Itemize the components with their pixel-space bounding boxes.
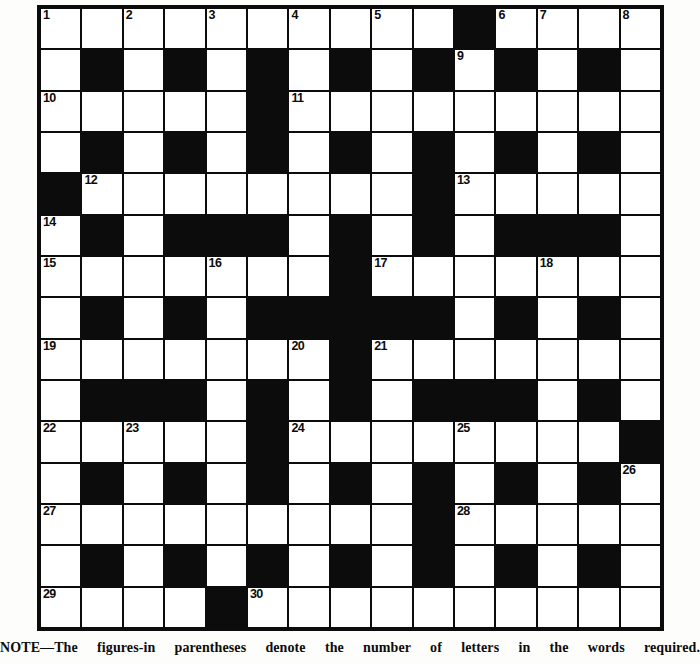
white-cell-r9c14[interactable] (621, 381, 660, 420)
white-cell-r6c5[interactable] (248, 257, 287, 296)
white-cell-r4c8[interactable] (372, 174, 411, 213)
white-cell-r2c0[interactable]: 10 (41, 92, 80, 131)
white-cell-r3c6[interactable] (289, 133, 328, 172)
clue-number-10: 10 (43, 91, 56, 105)
clue-number-21: 21 (374, 339, 387, 353)
white-cell-r6c4[interactable]: 16 (207, 257, 246, 296)
clue-number-23: 23 (126, 421, 139, 435)
white-cell-r6c14[interactable] (621, 257, 660, 296)
white-cell-r10c2[interactable]: 23 (124, 422, 163, 461)
clue-number-2: 2 (126, 8, 132, 22)
black-cell-r3c11 (496, 133, 535, 172)
white-cell-r10c10[interactable]: 25 (455, 422, 494, 461)
white-cell-r7c12[interactable] (538, 298, 577, 337)
white-cell-r1c8[interactable] (372, 50, 411, 89)
white-cell-r6c0[interactable]: 15 (41, 257, 80, 296)
white-cell-r6c9[interactable] (414, 257, 453, 296)
white-cell-r4c4[interactable] (207, 174, 246, 213)
black-cell-r9c2 (124, 381, 163, 420)
white-cell-r0c3[interactable] (165, 9, 204, 48)
white-cell-r8c9[interactable] (414, 340, 453, 379)
black-cell-r7c3 (165, 298, 204, 337)
white-cell-r3c10[interactable] (455, 133, 494, 172)
white-cell-r0c14[interactable]: 8 (621, 9, 660, 48)
white-cell-r4c7[interactable] (331, 174, 370, 213)
black-cell-r3c3 (165, 133, 204, 172)
black-cell-r7c7 (331, 298, 370, 337)
black-cell-r7c6 (289, 298, 328, 337)
clue-number-19: 19 (43, 339, 56, 353)
white-cell-r0c1[interactable] (82, 9, 121, 48)
black-cell-r1c5 (248, 50, 287, 89)
white-cell-r5c6[interactable] (289, 216, 328, 255)
black-cell-r1c11 (496, 50, 535, 89)
white-cell-r8c10[interactable] (455, 340, 494, 379)
white-cell-r1c2[interactable] (124, 50, 163, 89)
black-cell-r1c3 (165, 50, 204, 89)
white-cell-r12c2[interactable] (124, 505, 163, 544)
white-cell-r11c0[interactable] (41, 464, 80, 503)
clue-number-8: 8 (623, 8, 629, 22)
white-cell-r13c10[interactable] (455, 546, 494, 585)
white-cell-r0c8[interactable]: 5 (372, 9, 411, 48)
white-cell-r11c10[interactable] (455, 464, 494, 503)
white-cell-r7c14[interactable] (621, 298, 660, 337)
white-cell-r12c11[interactable] (496, 505, 535, 544)
black-cell-r13c1 (82, 546, 121, 585)
black-cell-r1c7 (331, 50, 370, 89)
white-cell-r6c13[interactable] (579, 257, 618, 296)
clue-number-29: 29 (43, 587, 56, 601)
white-cell-r4c5[interactable] (248, 174, 287, 213)
white-cell-r0c7[interactable] (331, 9, 370, 48)
white-cell-r5c2[interactable] (124, 216, 163, 255)
clue-number-20: 20 (291, 339, 304, 353)
white-cell-r3c12[interactable] (538, 133, 577, 172)
black-cell-r10c14 (621, 422, 660, 461)
white-cell-r4c11[interactable] (496, 174, 535, 213)
white-cell-r4c6[interactable] (289, 174, 328, 213)
white-cell-r8c1[interactable] (82, 340, 121, 379)
white-cell-r10c9[interactable] (414, 422, 453, 461)
white-cell-r8c0[interactable]: 19 (41, 340, 80, 379)
black-cell-r5c4 (207, 216, 246, 255)
black-cell-r5c11 (496, 216, 535, 255)
black-cell-r0c10 (455, 9, 494, 48)
clue-number-30: 30 (250, 587, 263, 601)
white-cell-r10c0[interactable]: 22 (41, 422, 80, 461)
white-cell-r2c10[interactable] (455, 92, 494, 131)
white-cell-r10c1[interactable] (82, 422, 121, 461)
black-cell-r4c9 (414, 174, 453, 213)
white-cell-r13c12[interactable] (538, 546, 577, 585)
white-cell-r10c13[interactable] (579, 422, 618, 461)
white-cell-r12c5[interactable] (248, 505, 287, 544)
white-cell-r8c5[interactable] (248, 340, 287, 379)
white-cell-r14c10[interactable] (455, 588, 494, 627)
white-cell-r10c4[interactable] (207, 422, 246, 461)
white-cell-r1c0[interactable] (41, 50, 80, 89)
white-cell-r1c6[interactable] (289, 50, 328, 89)
clue-number-5: 5 (374, 8, 380, 22)
white-cell-r11c4[interactable] (207, 464, 246, 503)
white-cell-r12c13[interactable] (579, 505, 618, 544)
white-cell-r8c12[interactable] (538, 340, 577, 379)
white-cell-r14c11[interactable] (496, 588, 535, 627)
white-cell-r14c13[interactable] (579, 588, 618, 627)
black-cell-r5c5 (248, 216, 287, 255)
white-cell-r2c1[interactable] (82, 92, 121, 131)
white-cell-r6c8[interactable]: 17 (372, 257, 411, 296)
black-cell-r12c9 (414, 505, 453, 544)
white-cell-r13c8[interactable] (372, 546, 411, 585)
white-cell-r14c14[interactable] (621, 588, 660, 627)
black-cell-r7c13 (579, 298, 618, 337)
black-cell-r11c5 (248, 464, 287, 503)
black-cell-r9c1 (82, 381, 121, 420)
clue-number-16: 16 (209, 256, 222, 270)
black-cell-r3c5 (248, 133, 287, 172)
white-cell-r9c0[interactable] (41, 381, 80, 420)
black-cell-r11c7 (331, 464, 370, 503)
white-cell-r8c11[interactable] (496, 340, 535, 379)
white-cell-r5c14[interactable] (621, 216, 660, 255)
white-cell-r4c10[interactable]: 13 (455, 174, 494, 213)
white-cell-r0c9[interactable] (414, 9, 453, 48)
white-cell-r7c10[interactable] (455, 298, 494, 337)
crossword-board: ’ \ 123456789101112131415161718192021222… (37, 5, 664, 631)
black-cell-r6c7 (331, 257, 370, 296)
black-cell-r9c9 (414, 381, 453, 420)
white-cell-r10c11[interactable] (496, 422, 535, 461)
black-cell-r13c13 (579, 546, 618, 585)
black-cell-r9c10 (455, 381, 494, 420)
white-cell-r4c2[interactable] (124, 174, 163, 213)
white-cell-r9c4[interactable] (207, 381, 246, 420)
black-cell-r8c7 (331, 340, 370, 379)
black-cell-r13c7 (331, 546, 370, 585)
white-cell-r12c4[interactable] (207, 505, 246, 544)
white-cell-r9c12[interactable] (538, 381, 577, 420)
white-cell-r14c9[interactable] (414, 588, 453, 627)
white-cell-r11c2[interactable] (124, 464, 163, 503)
white-cell-r2c9[interactable] (414, 92, 453, 131)
white-cell-r14c0[interactable]: 29 (41, 588, 80, 627)
white-cell-r7c4[interactable] (207, 298, 246, 337)
white-cell-r14c8[interactable] (372, 588, 411, 627)
white-cell-r4c13[interactable] (579, 174, 618, 213)
clue-number-11: 11 (291, 91, 303, 105)
black-cell-r7c9 (414, 298, 453, 337)
white-cell-r3c14[interactable] (621, 133, 660, 172)
black-cell-r9c11 (496, 381, 535, 420)
white-cell-r12c1[interactable] (82, 505, 121, 544)
black-cell-r11c3 (165, 464, 204, 503)
white-cell-r2c6[interactable]: 11 (289, 92, 328, 131)
black-cell-r13c5 (248, 546, 287, 585)
white-cell-r13c14[interactable] (621, 546, 660, 585)
white-cell-r13c4[interactable] (207, 546, 246, 585)
white-cell-r6c3[interactable] (165, 257, 204, 296)
white-cell-r4c1[interactable]: 12 (82, 174, 121, 213)
clue-number-28: 28 (457, 504, 470, 518)
white-cell-r9c6[interactable] (289, 381, 328, 420)
white-cell-r12c14[interactable] (621, 505, 660, 544)
white-cell-r0c12[interactable]: 7 (538, 9, 577, 48)
note-text: NOTE—The figures-in parentheses denote t… (0, 640, 700, 656)
white-cell-r8c13[interactable] (579, 340, 618, 379)
white-cell-r2c2[interactable] (124, 92, 163, 131)
black-cell-r5c1 (82, 216, 121, 255)
black-cell-r9c5 (248, 381, 287, 420)
clue-number-14: 14 (43, 215, 56, 229)
white-cell-r3c4[interactable] (207, 133, 246, 172)
white-cell-r12c7[interactable] (331, 505, 370, 544)
white-cell-r5c0[interactable]: 14 (41, 216, 80, 255)
white-cell-r12c6[interactable] (289, 505, 328, 544)
white-cell-r12c10[interactable]: 28 (455, 505, 494, 544)
white-cell-r3c0[interactable] (41, 133, 80, 172)
white-cell-r14c2[interactable] (124, 588, 163, 627)
white-cell-r1c4[interactable] (207, 50, 246, 89)
white-cell-r4c12[interactable] (538, 174, 577, 213)
white-cell-r10c6[interactable]: 24 (289, 422, 328, 461)
black-cell-r9c7 (331, 381, 370, 420)
black-cell-r5c3 (165, 216, 204, 255)
black-cell-r5c7 (331, 216, 370, 255)
white-cell-r2c4[interactable] (207, 92, 246, 131)
white-cell-r12c0[interactable]: 27 (41, 505, 80, 544)
black-cell-r9c13 (579, 381, 618, 420)
clue-number-7: 7 (540, 8, 546, 22)
black-cell-r5c12 (538, 216, 577, 255)
black-cell-r1c9 (414, 50, 453, 89)
white-cell-r6c12[interactable]: 18 (538, 257, 577, 296)
white-cell-r11c8[interactable] (372, 464, 411, 503)
black-cell-r5c9 (414, 216, 453, 255)
white-cell-r0c2[interactable]: 2 (124, 9, 163, 48)
white-cell-r10c12[interactable] (538, 422, 577, 461)
white-cell-r6c1[interactable] (82, 257, 121, 296)
clue-number-9: 9 (457, 49, 463, 63)
clue-number-17: 17 (374, 256, 387, 270)
white-cell-r0c11[interactable]: 6 (496, 9, 535, 48)
white-cell-r6c6[interactable] (289, 257, 328, 296)
black-cell-r11c9 (414, 464, 453, 503)
white-cell-r0c6[interactable]: 4 (289, 9, 328, 48)
white-cell-r11c12[interactable] (538, 464, 577, 503)
clue-number-25: 25 (457, 421, 470, 435)
white-cell-r8c6[interactable]: 20 (289, 340, 328, 379)
white-cell-r2c7[interactable] (331, 92, 370, 131)
white-cell-r2c13[interactable] (579, 92, 618, 131)
white-cell-r2c14[interactable] (621, 92, 660, 131)
white-cell-r14c5[interactable]: 30 (248, 588, 287, 627)
black-cell-r13c3 (165, 546, 204, 585)
black-cell-r11c1 (82, 464, 121, 503)
clue-number-24: 24 (291, 421, 304, 435)
black-cell-r11c11 (496, 464, 535, 503)
black-cell-r5c13 (579, 216, 618, 255)
black-cell-r3c13 (579, 133, 618, 172)
white-cell-r14c6[interactable] (289, 588, 328, 627)
clue-number-1: 1 (43, 8, 49, 22)
clue-number-6: 6 (498, 8, 504, 22)
white-cell-r5c8[interactable] (372, 216, 411, 255)
white-cell-r8c2[interactable] (124, 340, 163, 379)
white-cell-r8c3[interactable] (165, 340, 204, 379)
white-cell-r6c11[interactable] (496, 257, 535, 296)
white-cell-r8c8[interactable]: 21 (372, 340, 411, 379)
white-cell-r8c4[interactable] (207, 340, 246, 379)
white-cell-r2c8[interactable] (372, 92, 411, 131)
black-cell-r7c1 (82, 298, 121, 337)
white-cell-r0c5[interactable] (248, 9, 287, 48)
white-cell-r4c14[interactable] (621, 174, 660, 213)
white-cell-r8c14[interactable] (621, 340, 660, 379)
clue-number-18: 18 (540, 256, 553, 270)
white-cell-r10c7[interactable] (331, 422, 370, 461)
white-cell-r13c2[interactable] (124, 546, 163, 585)
black-cell-r1c1 (82, 50, 121, 89)
clue-number-3: 3 (209, 8, 215, 22)
white-cell-r1c12[interactable] (538, 50, 577, 89)
white-cell-r4c3[interactable] (165, 174, 204, 213)
white-cell-r2c12[interactable] (538, 92, 577, 131)
clue-number-26: 26 (623, 463, 636, 477)
white-cell-r14c3[interactable] (165, 588, 204, 627)
white-cell-r0c0[interactable]: 1 (41, 9, 80, 48)
white-cell-r1c10[interactable]: 9 (455, 50, 494, 89)
black-cell-r11c13 (579, 464, 618, 503)
black-cell-r14c4 (207, 588, 246, 627)
white-cell-r3c2[interactable] (124, 133, 163, 172)
white-cell-r14c12[interactable] (538, 588, 577, 627)
white-cell-r7c2[interactable] (124, 298, 163, 337)
black-cell-r3c1 (82, 133, 121, 172)
white-cell-r5c10[interactable] (455, 216, 494, 255)
white-cell-r14c7[interactable] (331, 588, 370, 627)
black-cell-r3c9 (414, 133, 453, 172)
white-cell-r13c6[interactable] (289, 546, 328, 585)
black-cell-r4c0 (41, 174, 80, 213)
white-cell-r0c4[interactable]: 3 (207, 9, 246, 48)
white-cell-r2c11[interactable] (496, 92, 535, 131)
black-cell-r13c9 (414, 546, 453, 585)
black-cell-r9c3 (165, 381, 204, 420)
clue-number-4: 4 (291, 8, 297, 22)
black-cell-r7c5 (248, 298, 287, 337)
white-cell-r3c8[interactable] (372, 133, 411, 172)
black-cell-r2c5 (248, 92, 287, 131)
black-cell-r3c7 (331, 133, 370, 172)
black-cell-r7c8 (372, 298, 411, 337)
white-cell-r14c1[interactable] (82, 588, 121, 627)
white-cell-r12c8[interactable] (372, 505, 411, 544)
white-cell-r13c0[interactable] (41, 546, 80, 585)
white-cell-r12c12[interactable] (538, 505, 577, 544)
white-cell-r10c8[interactable] (372, 422, 411, 461)
white-cell-r0c13[interactable] (579, 9, 618, 48)
white-cell-r1c14[interactable] (621, 50, 660, 89)
white-cell-r12c3[interactable] (165, 505, 204, 544)
white-cell-r11c6[interactable] (289, 464, 328, 503)
white-cell-r6c2[interactable] (124, 257, 163, 296)
black-cell-r10c5 (248, 422, 287, 461)
black-cell-r7c11 (496, 298, 535, 337)
clue-number-22: 22 (43, 421, 56, 435)
clue-number-15: 15 (43, 256, 56, 270)
white-cell-r6c10[interactable] (455, 257, 494, 296)
clue-number-12: 12 (84, 173, 97, 187)
white-cell-r7c0[interactable] (41, 298, 80, 337)
clue-number-13: 13 (457, 173, 470, 187)
clue-number-27: 27 (43, 504, 56, 518)
white-cell-r10c3[interactable] (165, 422, 204, 461)
white-cell-r11c14[interactable]: 26 (621, 464, 660, 503)
white-cell-r2c3[interactable] (165, 92, 204, 131)
black-cell-r13c11 (496, 546, 535, 585)
black-cell-r1c13 (579, 50, 618, 89)
white-cell-r9c8[interactable] (372, 381, 411, 420)
